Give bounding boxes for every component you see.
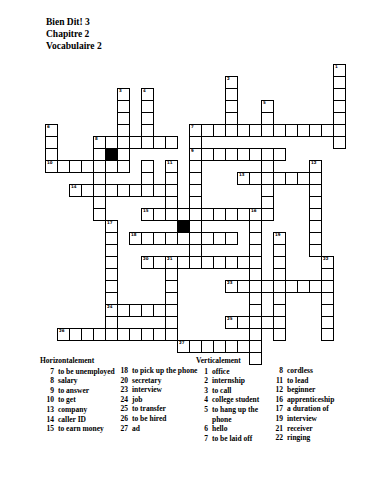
- clue-number-18: 18: [131, 233, 137, 237]
- clue-number-11: 11: [167, 161, 173, 165]
- clue-item-number: 3: [196, 386, 212, 396]
- clue-item-number: 19: [266, 414, 287, 424]
- down-header: Verticalement: [196, 356, 272, 366]
- clue-item-text: ad: [132, 424, 198, 434]
- across-clue-list-2: 18to pick up the phone20secretary23inter…: [114, 366, 198, 433]
- across-clues-column-1: Horizontalement 7to be unemployed8salary…: [40, 356, 118, 434]
- clue-item-19: 19interview: [266, 414, 346, 424]
- clue-item-text: to answer: [58, 386, 118, 396]
- clue-item-number: 8: [266, 366, 287, 376]
- clue-item-16: 16apprenticeship: [266, 395, 346, 405]
- clue-item-8: 8salary: [40, 376, 118, 386]
- clue-item-text: salary: [58, 376, 118, 386]
- down-clues-column-1: Verticalement 1office2internship3to call…: [196, 356, 272, 443]
- clue-item-number: 22: [266, 433, 287, 443]
- clue-item-22: 22ringing: [266, 433, 346, 443]
- clue-number-4: 4: [143, 89, 146, 93]
- clue-item-27: 27ad: [114, 424, 198, 434]
- clue-number-24: 24: [107, 305, 113, 309]
- clue-item-text: interview: [287, 414, 346, 424]
- clue-item-number: 5: [196, 405, 212, 424]
- cell-r6c10[interactable]: [165, 136, 178, 149]
- clue-item-number: 27: [114, 424, 132, 434]
- clue-item-text: ringing: [287, 433, 346, 443]
- clue-item-text: to transfer: [132, 404, 198, 414]
- crossword-grid: 1234567891011121314151617181920212223242…: [45, 64, 346, 365]
- clue-item-10: 10to get: [40, 395, 118, 405]
- clue-item-number: 4: [196, 395, 212, 405]
- clue-item-14: 14caller ID: [40, 415, 118, 425]
- clue-item-4: 4college student: [196, 395, 272, 405]
- clue-number-1: 1: [335, 65, 338, 69]
- clue-item-25: 25to transfer: [114, 404, 198, 414]
- title-line-2: Chapitre 2: [46, 28, 102, 40]
- clue-item-number: 16: [266, 395, 287, 405]
- clue-item-12: 12beginner: [266, 385, 346, 395]
- clue-item-text: interview: [132, 385, 198, 395]
- clue-item-number: 17: [266, 404, 287, 414]
- clue-item-text: to get: [58, 395, 118, 405]
- clue-item-text: a duration of: [287, 404, 346, 414]
- clue-item-text: office: [212, 367, 272, 377]
- clue-number-9: 9: [191, 149, 194, 153]
- clue-number-23: 23: [227, 281, 233, 285]
- worksheet-page: Bien Dit! 3 Chapitre 2 Vocabulaire 2 123…: [0, 0, 386, 500]
- clue-item-23: 23interview: [114, 385, 198, 395]
- clue-item-number: 11: [266, 376, 287, 386]
- clue-item-text: secretary: [132, 376, 198, 386]
- clue-item-number: 7: [196, 434, 212, 444]
- cell-r14c15[interactable]: [225, 232, 238, 245]
- clue-item-text: to be hired: [132, 414, 198, 424]
- clue-item-text: company: [58, 405, 118, 415]
- cell-r6c24[interactable]: [333, 136, 346, 149]
- clue-item-number: 6: [196, 424, 212, 434]
- clue-item-number: 2: [196, 376, 212, 386]
- down-clues-column-2: 8cordless11to lead12beginner16apprentice…: [266, 366, 346, 443]
- clue-number-21: 21: [167, 257, 173, 261]
- clue-item-number: 9: [40, 386, 58, 396]
- clue-item-6: 6hello: [196, 424, 272, 434]
- clue-item-9: 9to answer: [40, 386, 118, 396]
- clue-item-number: 23: [114, 385, 132, 395]
- clue-number-19: 19: [275, 233, 281, 237]
- clue-item-1: 1office: [196, 367, 272, 377]
- clue-number-6: 6: [47, 125, 50, 129]
- clue-item-number: 1: [196, 367, 212, 377]
- clue-item-11: 11to lead: [266, 376, 346, 386]
- cell-r12c18[interactable]: [261, 208, 274, 221]
- clue-number-20: 20: [143, 257, 149, 261]
- clue-item-number: 14: [40, 415, 58, 425]
- clue-item-text: to call: [212, 386, 272, 396]
- cell-r8c6[interactable]: [117, 160, 130, 173]
- title-line-1: Bien Dit! 3: [46, 16, 102, 28]
- clue-item-number: 25: [114, 404, 132, 414]
- clue-number-12: 12: [311, 161, 317, 165]
- clue-item-26: 26to be hired: [114, 414, 198, 424]
- down-clue-list-1: 1office2internship3to call4college stude…: [196, 367, 272, 444]
- clue-number-2: 2: [227, 77, 230, 81]
- clue-number-3: 3: [119, 89, 122, 93]
- clue-item-text: receiver: [287, 424, 346, 434]
- clue-number-26: 26: [59, 329, 65, 333]
- clue-item-21: 21receiver: [266, 424, 346, 434]
- clue-number-10: 10: [47, 161, 53, 165]
- clue-number-22: 22: [323, 257, 329, 261]
- clue-item-7: 7to be laid off: [196, 434, 272, 444]
- clue-item-number: 26: [114, 414, 132, 424]
- clue-item-number: 8: [40, 376, 58, 386]
- clue-item-17: 17a duration of: [266, 404, 346, 414]
- clue-number-25: 25: [227, 317, 233, 321]
- across-clue-list-1: 7to be unemployed8salary9to answer10to g…: [40, 367, 118, 434]
- clue-number-15: 15: [143, 209, 149, 213]
- clue-item-number: 15: [40, 424, 58, 434]
- clue-item-text: apprenticeship: [287, 395, 346, 405]
- clue-item-3: 3to call: [196, 386, 272, 396]
- across-header: Horizontalement: [40, 356, 118, 366]
- clue-item-13: 13company: [40, 405, 118, 415]
- down-clue-list-2: 8cordless11to lead12beginner16apprentice…: [266, 366, 346, 443]
- clue-item-15: 15to earn money: [40, 424, 118, 434]
- clue-item-text: to be laid off: [212, 434, 272, 444]
- clue-item-text: caller ID: [58, 415, 118, 425]
- clue-item-text: beginner: [287, 385, 346, 395]
- cell-r7c19[interactable]: [273, 148, 286, 161]
- clue-item-number: 24: [114, 395, 132, 405]
- cell-r22c19[interactable]: [273, 328, 286, 341]
- clue-item-number: 7: [40, 367, 58, 377]
- clue-item-text: internship: [212, 376, 272, 386]
- clue-item-text: to lead: [287, 376, 346, 386]
- clue-item-number: 10: [40, 395, 58, 405]
- clue-item-number: 12: [266, 385, 287, 395]
- clue-item-number: 21: [266, 424, 287, 434]
- clue-number-5: 5: [263, 101, 266, 105]
- clue-item-7: 7to be unemployed: [40, 367, 118, 377]
- clue-number-17: 17: [107, 221, 113, 225]
- cell-r22c23[interactable]: [321, 328, 334, 341]
- clue-item-number: 18: [114, 366, 132, 376]
- clue-number-13: 13: [239, 173, 245, 177]
- clue-item-20: 20secretary: [114, 376, 198, 386]
- clue-item-5: 5to hang up the phone: [196, 405, 272, 424]
- title-line-3: Vocabulaire 2: [46, 40, 102, 52]
- clue-item-8: 8cordless: [266, 366, 346, 376]
- clue-item-text: to earn money: [58, 424, 118, 434]
- clue-item-text: cordless: [287, 366, 346, 376]
- clue-item-18: 18to pick up the phone: [114, 366, 198, 376]
- clue-item-text: hello: [212, 424, 272, 434]
- clue-item-number: 20: [114, 376, 132, 386]
- clue-number-8: 8: [95, 137, 98, 141]
- clue-item-text: to hang up the phone: [212, 405, 272, 424]
- clue-item-text: job: [132, 395, 198, 405]
- across-clues-column-2: 18to pick up the phone20secretary23inter…: [114, 366, 198, 433]
- clue-number-27: 27: [179, 341, 185, 345]
- clue-item-text: to be unemployed: [58, 367, 118, 377]
- clue-number-16: 16: [251, 209, 257, 213]
- clue-item-2: 2internship: [196, 376, 272, 386]
- clue-item-24: 24job: [114, 395, 198, 405]
- page-title: Bien Dit! 3 Chapitre 2 Vocabulaire 2: [46, 16, 102, 52]
- clue-number-14: 14: [71, 185, 77, 189]
- clue-item-text: college student: [212, 395, 272, 405]
- clue-number-7: 7: [191, 125, 194, 129]
- clue-item-text: to pick up the phone: [132, 366, 198, 376]
- clue-item-number: 13: [40, 405, 58, 415]
